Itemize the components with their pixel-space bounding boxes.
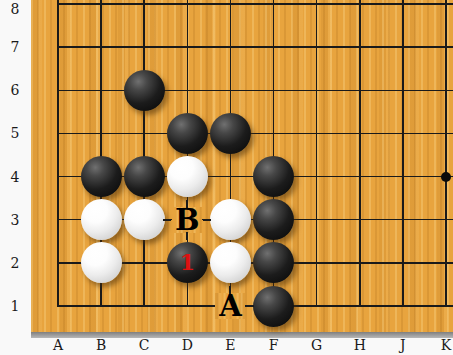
column-coordinate-label: K — [436, 336, 453, 354]
grid-hline — [57, 3, 453, 5]
column-coordinates-strip: ABCDEFGHJK — [0, 338, 453, 355]
row-coordinate-label: 8 — [5, 0, 25, 18]
black-stone: 1 — [167, 242, 208, 283]
column-coordinate-label: A — [48, 336, 68, 354]
black-stone — [124, 70, 165, 111]
grid-hline — [57, 90, 453, 92]
row-coordinates-strip: 87654321 — [0, 0, 31, 355]
row-coordinate-label: 6 — [5, 81, 25, 99]
point-label-B[interactable]: B — [167, 204, 207, 236]
white-stone — [81, 199, 122, 240]
black-stone — [81, 156, 122, 197]
column-coordinate-label: E — [220, 336, 240, 354]
go-diagram: 1BA 87654321 ABCDEFGHJK — [0, 0, 453, 355]
grid-hline — [57, 133, 453, 135]
black-stone — [253, 286, 294, 327]
black-stone — [253, 199, 294, 240]
column-coordinate-label: H — [350, 336, 370, 354]
star-point-icon — [441, 172, 451, 182]
column-coordinate-label: C — [134, 336, 154, 354]
go-board[interactable]: 1BA — [31, 0, 453, 332]
black-stone — [167, 113, 208, 154]
black-stone — [124, 156, 165, 197]
white-stone — [124, 199, 165, 240]
row-coordinate-label: 1 — [5, 297, 25, 315]
row-coordinate-label: 2 — [5, 254, 25, 272]
grid-hline — [57, 46, 453, 48]
move-number-label: 1 — [180, 251, 195, 273]
column-coordinate-label: B — [91, 336, 111, 354]
white-stone — [81, 242, 122, 283]
row-coordinate-label: 4 — [5, 168, 25, 186]
column-coordinate-label: D — [177, 336, 197, 354]
row-coordinate-label: 5 — [5, 124, 25, 142]
point-label-A[interactable]: A — [210, 290, 250, 322]
black-stone — [253, 242, 294, 283]
black-stone — [210, 113, 251, 154]
white-stone — [167, 156, 208, 197]
column-coordinate-label: F — [264, 336, 284, 354]
column-coordinate-label: G — [307, 336, 327, 354]
row-coordinate-label: 7 — [5, 38, 25, 56]
white-stone — [210, 242, 251, 283]
white-stone — [210, 199, 251, 240]
row-coordinate-label: 3 — [5, 211, 25, 229]
black-stone — [253, 156, 294, 197]
column-coordinate-label: J — [393, 336, 413, 354]
